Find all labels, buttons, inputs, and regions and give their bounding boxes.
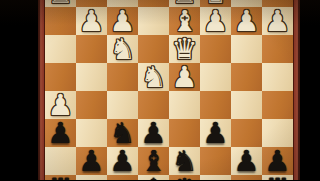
square-e4[interactable]: ♞: [138, 63, 169, 91]
white-pawn-piece: ♟: [48, 91, 74, 119]
black-pawn-piece: ♟: [234, 147, 260, 175]
square-b2[interactable]: ♟: [231, 7, 262, 35]
black-king-piece: ♚: [141, 175, 167, 181]
square-g7[interactable]: ♟: [76, 147, 107, 175]
square-g3[interactable]: [76, 35, 107, 63]
square-b3[interactable]: [231, 35, 262, 63]
black-rook-piece: ♜: [48, 175, 74, 181]
black-pawn-piece: ♟: [79, 147, 105, 175]
square-d2[interactable]: ♝: [169, 7, 200, 35]
square-d5[interactable]: [169, 91, 200, 119]
black-queen-piece: ♛: [172, 175, 198, 181]
square-h6[interactable]: ♟: [45, 119, 76, 147]
board-frame: ♜♜♚♟♟♝♟♟♟♞♛♞♟♟♟♞♟♟♟♟♝♞♟♟♜♚♛♜: [38, 0, 300, 180]
white-pawn-piece: ♟: [79, 7, 105, 35]
black-pawn-piece: ♟: [141, 119, 167, 147]
square-d4[interactable]: ♟: [169, 63, 200, 91]
square-h7[interactable]: [45, 147, 76, 175]
square-f3[interactable]: ♞: [107, 35, 138, 63]
square-g8[interactable]: [76, 175, 107, 180]
black-knight-piece: ♞: [110, 119, 136, 147]
black-pawn-piece: ♟: [203, 119, 229, 147]
white-pawn-piece: ♟: [234, 7, 260, 35]
square-f7[interactable]: ♟: [107, 147, 138, 175]
square-b7[interactable]: ♟: [231, 147, 262, 175]
video-frame: ♜♜♚♟♟♝♟♟♟♞♛♞♟♟♟♞♟♟♟♟♝♞♟♟♜♚♛♜: [0, 0, 320, 180]
white-queen-piece: ♛: [172, 35, 198, 63]
white-bishop-piece: ♝: [172, 7, 198, 35]
square-a3[interactable]: [262, 35, 293, 63]
square-e2[interactable]: [138, 7, 169, 35]
square-f4[interactable]: [107, 63, 138, 91]
square-b4[interactable]: [231, 63, 262, 91]
white-pawn-piece: ♟: [110, 7, 136, 35]
white-pawn-piece: ♟: [265, 7, 291, 35]
square-g5[interactable]: [76, 91, 107, 119]
white-knight-piece: ♞: [110, 35, 136, 63]
square-c8[interactable]: [200, 175, 231, 180]
square-e5[interactable]: [138, 91, 169, 119]
square-f8[interactable]: [107, 175, 138, 180]
square-f2[interactable]: ♟: [107, 7, 138, 35]
square-f5[interactable]: [107, 91, 138, 119]
white-pawn-piece: ♟: [203, 7, 229, 35]
square-c5[interactable]: [200, 91, 231, 119]
square-h1[interactable]: ♜: [45, 0, 76, 7]
square-c4[interactable]: [200, 63, 231, 91]
square-e3[interactable]: [138, 35, 169, 63]
square-c6[interactable]: ♟: [200, 119, 231, 147]
square-g4[interactable]: [76, 63, 107, 91]
square-a4[interactable]: [262, 63, 293, 91]
square-e6[interactable]: ♟: [138, 119, 169, 147]
black-pawn-piece: ♟: [110, 147, 136, 175]
chess-board: ♜♜♚♟♟♝♟♟♟♞♛♞♟♟♟♞♟♟♟♟♝♞♟♟♜♚♛♜: [45, 0, 293, 180]
white-rook-piece: ♜: [48, 0, 74, 7]
white-pawn-piece: ♟: [172, 63, 198, 91]
square-e1[interactable]: [138, 0, 169, 7]
square-c3[interactable]: [200, 35, 231, 63]
square-f6[interactable]: ♞: [107, 119, 138, 147]
square-b8[interactable]: [231, 175, 262, 180]
square-c2[interactable]: ♟: [200, 7, 231, 35]
square-a7[interactable]: ♟: [262, 147, 293, 175]
black-pawn-piece: ♟: [48, 119, 74, 147]
black-rook-piece: ♜: [265, 175, 291, 181]
square-h5[interactable]: ♟: [45, 91, 76, 119]
square-e7[interactable]: ♝: [138, 147, 169, 175]
black-knight-piece: ♞: [172, 147, 198, 175]
square-b6[interactable]: [231, 119, 262, 147]
square-d6[interactable]: [169, 119, 200, 147]
letterbox-right: [300, 0, 320, 180]
square-d7[interactable]: ♞: [169, 147, 200, 175]
square-g2[interactable]: ♟: [76, 7, 107, 35]
square-g6[interactable]: [76, 119, 107, 147]
square-a8[interactable]: ♜: [262, 175, 293, 180]
black-pawn-piece: ♟: [265, 147, 291, 175]
square-d8[interactable]: ♛: [169, 175, 200, 180]
white-knight-piece: ♞: [141, 63, 167, 91]
square-h3[interactable]: [45, 35, 76, 63]
square-h2[interactable]: [45, 7, 76, 35]
square-a2[interactable]: ♟: [262, 7, 293, 35]
black-bishop-piece: ♝: [141, 147, 167, 175]
square-h4[interactable]: [45, 63, 76, 91]
square-e8[interactable]: ♚: [138, 175, 169, 180]
square-h8[interactable]: ♜: [45, 175, 76, 180]
square-b5[interactable]: [231, 91, 262, 119]
square-c7[interactable]: [200, 147, 231, 175]
letterbox-left: [0, 0, 38, 180]
square-d3[interactable]: ♛: [169, 35, 200, 63]
square-a5[interactable]: [262, 91, 293, 119]
square-a6[interactable]: [262, 119, 293, 147]
